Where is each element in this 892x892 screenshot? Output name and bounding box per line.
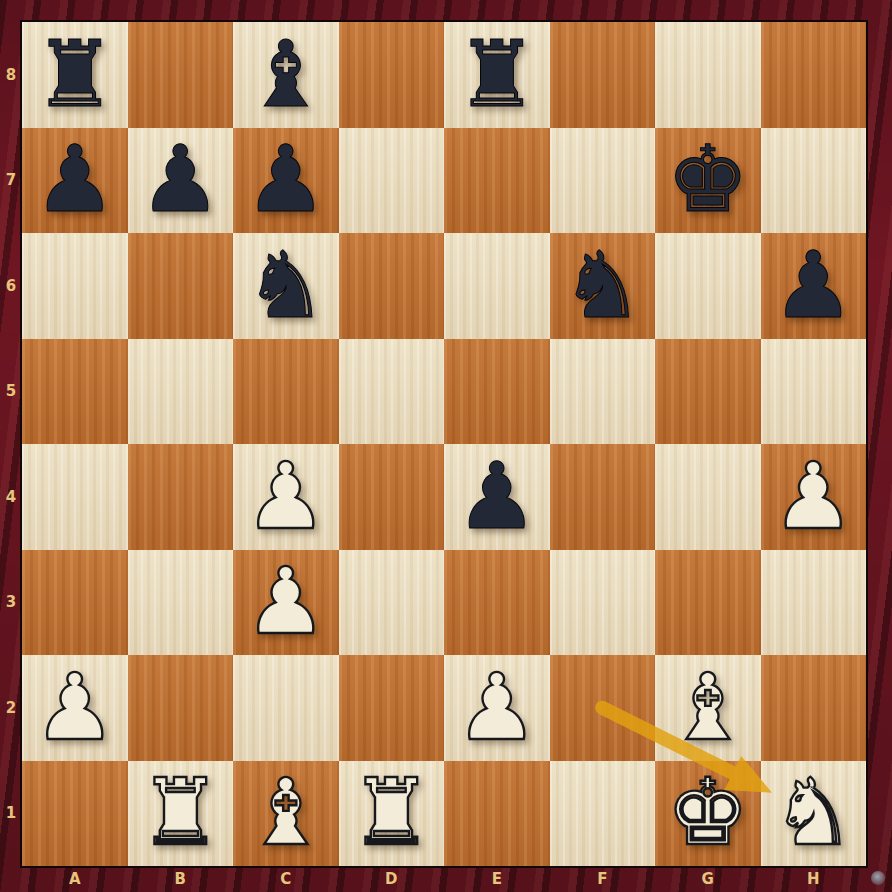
white-rook-b1[interactable]: ♜ xyxy=(128,761,234,867)
square-h7[interactable] xyxy=(761,128,867,234)
square-d4[interactable] xyxy=(339,444,445,550)
square-h5[interactable] xyxy=(761,339,867,445)
square-a6[interactable] xyxy=(22,233,128,339)
black-rook-e8[interactable]: ♜ xyxy=(444,22,550,128)
white-bishop-c1[interactable]: ♝ xyxy=(233,761,339,867)
rank-label: 7 xyxy=(0,128,22,234)
square-c2[interactable] xyxy=(233,655,339,761)
square-f3[interactable] xyxy=(550,550,656,656)
square-a4[interactable] xyxy=(22,444,128,550)
square-a1[interactable] xyxy=(22,761,128,867)
square-d8[interactable] xyxy=(339,22,445,128)
square-c5[interactable] xyxy=(233,339,339,445)
square-g4[interactable] xyxy=(655,444,761,550)
square-h8[interactable] xyxy=(761,22,867,128)
black-pawn-b7[interactable]: ♟ xyxy=(128,128,234,234)
black-king-g7[interactable]: ♚ xyxy=(655,128,761,234)
chess-board[interactable]: ♜♝♜♟♟♟♚♞♞♟♟♟♟♟♟♟♝♜♝♜♚♞ xyxy=(22,22,866,866)
file-label: H xyxy=(761,866,867,892)
black-pawn-h6[interactable]: ♟ xyxy=(761,233,867,339)
black-pawn-e4[interactable]: ♟ xyxy=(444,444,550,550)
rank-label: 5 xyxy=(0,339,22,445)
rank-label: 3 xyxy=(0,550,22,656)
file-label: C xyxy=(233,866,339,892)
file-labels: ABCDEFGH xyxy=(22,866,866,892)
square-g3[interactable] xyxy=(655,550,761,656)
square-e6[interactable] xyxy=(444,233,550,339)
square-e7[interactable] xyxy=(444,128,550,234)
square-a3[interactable] xyxy=(22,550,128,656)
rank-label: 1 xyxy=(0,761,22,867)
square-f4[interactable] xyxy=(550,444,656,550)
file-label: F xyxy=(550,866,656,892)
file-label: E xyxy=(444,866,550,892)
rank-labels: 87654321 xyxy=(0,22,22,866)
square-h2[interactable] xyxy=(761,655,867,761)
rank-label: 8 xyxy=(0,22,22,128)
corner-dot xyxy=(871,871,885,885)
square-g6[interactable] xyxy=(655,233,761,339)
square-b2[interactable] xyxy=(128,655,234,761)
square-g8[interactable] xyxy=(655,22,761,128)
square-e1[interactable] xyxy=(444,761,550,867)
square-f8[interactable] xyxy=(550,22,656,128)
white-pawn-e2[interactable]: ♟ xyxy=(444,655,550,761)
square-d7[interactable] xyxy=(339,128,445,234)
square-f5[interactable] xyxy=(550,339,656,445)
file-label: D xyxy=(339,866,445,892)
white-king-g1[interactable]: ♚ xyxy=(655,761,761,867)
square-b5[interactable] xyxy=(128,339,234,445)
white-pawn-a2[interactable]: ♟ xyxy=(22,655,128,761)
rank-label: 2 xyxy=(0,655,22,761)
square-g5[interactable] xyxy=(655,339,761,445)
square-e5[interactable] xyxy=(444,339,550,445)
white-pawn-h4[interactable]: ♟ xyxy=(761,444,867,550)
square-d2[interactable] xyxy=(339,655,445,761)
black-knight-c6[interactable]: ♞ xyxy=(233,233,339,339)
file-label: A xyxy=(22,866,128,892)
white-knight-h1[interactable]: ♞ xyxy=(761,761,867,867)
rank-label: 4 xyxy=(0,444,22,550)
square-b8[interactable] xyxy=(128,22,234,128)
square-f2[interactable] xyxy=(550,655,656,761)
white-pawn-c3[interactable]: ♟ xyxy=(233,550,339,656)
square-b4[interactable] xyxy=(128,444,234,550)
square-e3[interactable] xyxy=(444,550,550,656)
square-a5[interactable] xyxy=(22,339,128,445)
black-rook-a8[interactable]: ♜ xyxy=(22,22,128,128)
file-label: G xyxy=(655,866,761,892)
black-bishop-c8[interactable]: ♝ xyxy=(233,22,339,128)
square-d3[interactable] xyxy=(339,550,445,656)
square-f7[interactable] xyxy=(550,128,656,234)
white-pawn-c4[interactable]: ♟ xyxy=(233,444,339,550)
square-b3[interactable] xyxy=(128,550,234,656)
black-pawn-c7[interactable]: ♟ xyxy=(233,128,339,234)
white-rook-d1[interactable]: ♜ xyxy=(339,761,445,867)
file-label: B xyxy=(128,866,234,892)
square-b6[interactable] xyxy=(128,233,234,339)
rank-label: 6 xyxy=(0,233,22,339)
square-f1[interactable] xyxy=(550,761,656,867)
square-d6[interactable] xyxy=(339,233,445,339)
square-d5[interactable] xyxy=(339,339,445,445)
white-bishop-g2[interactable]: ♝ xyxy=(655,655,761,761)
board-frame: 87654321 ABCDEFGH ♜♝♜♟♟♟♚♞♞♟♟♟♟♟♟♟♝♜♝♜♚♞ xyxy=(0,0,892,892)
square-h3[interactable] xyxy=(761,550,867,656)
black-knight-f6[interactable]: ♞ xyxy=(550,233,656,339)
black-pawn-a7[interactable]: ♟ xyxy=(22,128,128,234)
